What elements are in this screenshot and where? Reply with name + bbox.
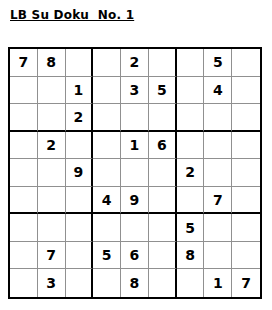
sudoku-cell-r1c8[interactable]: 5: [204, 49, 232, 77]
sudoku-cell-r1c1[interactable]: 7: [10, 49, 38, 77]
sudoku-cell-r9c9[interactable]: 7: [232, 269, 260, 297]
sudoku-cell-r3c3[interactable]: 2: [66, 104, 94, 132]
sudoku-cell-r3c6[interactable]: [149, 104, 177, 132]
sudoku-cell-r7c2[interactable]: [38, 214, 66, 242]
sudoku-cell-r6c3[interactable]: [66, 187, 94, 215]
sudoku-cell-r9c8[interactable]: 1: [204, 269, 232, 297]
sudoku-cell-r1c4[interactable]: [93, 49, 121, 77]
sudoku-cell-r4c9[interactable]: [232, 132, 260, 160]
sudoku-cell-r1c3[interactable]: [66, 49, 94, 77]
sudoku-cell-r8c2[interactable]: 7: [38, 242, 66, 270]
sudoku-cell-r6c9[interactable]: [232, 187, 260, 215]
sudoku-cell-r5c2[interactable]: [38, 159, 66, 187]
sudoku-cell-r8c5[interactable]: 6: [121, 242, 149, 270]
sudoku-cell-r4c3[interactable]: [66, 132, 94, 160]
sudoku-cell-r4c6[interactable]: 6: [149, 132, 177, 160]
sudoku-cell-r6c4[interactable]: 4: [93, 187, 121, 215]
sudoku-cell-r6c5[interactable]: 9: [121, 187, 149, 215]
sudoku-cell-r2c4[interactable]: [93, 77, 121, 105]
sudoku-cell-r2c9[interactable]: [232, 77, 260, 105]
sudoku-cell-r6c6[interactable]: [149, 187, 177, 215]
sudoku-cell-r3c2[interactable]: [38, 104, 66, 132]
sudoku-cell-r5c8[interactable]: [204, 159, 232, 187]
sudoku-cell-r9c7[interactable]: [177, 269, 205, 297]
sudoku-cell-r8c8[interactable]: [204, 242, 232, 270]
sudoku-cell-r7c9[interactable]: [232, 214, 260, 242]
sudoku-cell-r7c5[interactable]: [121, 214, 149, 242]
sudoku-cell-r9c1[interactable]: [10, 269, 38, 297]
sudoku-cell-r3c7[interactable]: [177, 104, 205, 132]
sudoku-cell-r4c8[interactable]: [204, 132, 232, 160]
sudoku-cell-r1c5[interactable]: 2: [121, 49, 149, 77]
sudoku-cell-r6c2[interactable]: [38, 187, 66, 215]
sudoku-cell-r5c4[interactable]: [93, 159, 121, 187]
sudoku-cell-r9c6[interactable]: [149, 269, 177, 297]
sudoku-cell-r1c6[interactable]: [149, 49, 177, 77]
sudoku-cell-r2c1[interactable]: [10, 77, 38, 105]
sudoku-cell-r3c1[interactable]: [10, 104, 38, 132]
sudoku-cell-r6c1[interactable]: [10, 187, 38, 215]
sudoku-cell-r5c7[interactable]: 2: [177, 159, 205, 187]
sudoku-cell-r8c9[interactable]: [232, 242, 260, 270]
sudoku-cell-r1c9[interactable]: [232, 49, 260, 77]
sudoku-cell-r8c3[interactable]: [66, 242, 94, 270]
sudoku-cell-r5c6[interactable]: [149, 159, 177, 187]
sudoku-cell-r9c5[interactable]: 8: [121, 269, 149, 297]
sudoku-cell-r4c2[interactable]: 2: [38, 132, 66, 160]
sudoku-cell-r8c6[interactable]: [149, 242, 177, 270]
sudoku-cell-r6c7[interactable]: [177, 187, 205, 215]
sudoku-cell-r9c4[interactable]: [93, 269, 121, 297]
sudoku-cell-r5c9[interactable]: [232, 159, 260, 187]
sudoku-cell-r7c4[interactable]: [93, 214, 121, 242]
sudoku-cell-r2c2[interactable]: [38, 77, 66, 105]
sudoku-cell-r4c7[interactable]: [177, 132, 205, 160]
sudoku-board: 78251354221692497575683817: [8, 47, 262, 299]
sudoku-cell-r3c4[interactable]: [93, 104, 121, 132]
sudoku-cell-r3c5[interactable]: [121, 104, 149, 132]
sudoku-cell-r2c3[interactable]: 1: [66, 77, 94, 105]
page-title: LB Su Doku No. 1: [10, 8, 134, 22]
sudoku-cell-r7c8[interactable]: [204, 214, 232, 242]
sudoku-cell-r6c8[interactable]: 7: [204, 187, 232, 215]
sudoku-cell-r9c3[interactable]: [66, 269, 94, 297]
sudoku-cell-r2c7[interactable]: [177, 77, 205, 105]
sudoku-cell-r7c3[interactable]: [66, 214, 94, 242]
sudoku-cell-r8c7[interactable]: 8: [177, 242, 205, 270]
sudoku-cell-r4c4[interactable]: [93, 132, 121, 160]
sudoku-cell-r2c8[interactable]: 4: [204, 77, 232, 105]
sudoku-cell-r5c5[interactable]: [121, 159, 149, 187]
sudoku-cell-r4c5[interactable]: 1: [121, 132, 149, 160]
sudoku-cell-r8c1[interactable]: [10, 242, 38, 270]
sudoku-cell-r1c7[interactable]: [177, 49, 205, 77]
sudoku-cell-r5c1[interactable]: [10, 159, 38, 187]
sudoku-cell-r3c8[interactable]: [204, 104, 232, 132]
sudoku-cell-r7c7[interactable]: 5: [177, 214, 205, 242]
sudoku-cell-r1c2[interactable]: 8: [38, 49, 66, 77]
sudoku-cell-r7c6[interactable]: [149, 214, 177, 242]
sudoku-cell-r7c1[interactable]: [10, 214, 38, 242]
sudoku-cell-r2c6[interactable]: 5: [149, 77, 177, 105]
sudoku-cell-r4c1[interactable]: [10, 132, 38, 160]
sudoku-cell-r3c9[interactable]: [232, 104, 260, 132]
sudoku-cell-r2c5[interactable]: 3: [121, 77, 149, 105]
sudoku-cell-r9c2[interactable]: 3: [38, 269, 66, 297]
sudoku-cell-r8c4[interactable]: 5: [93, 242, 121, 270]
sudoku-cell-r5c3[interactable]: 9: [66, 159, 94, 187]
